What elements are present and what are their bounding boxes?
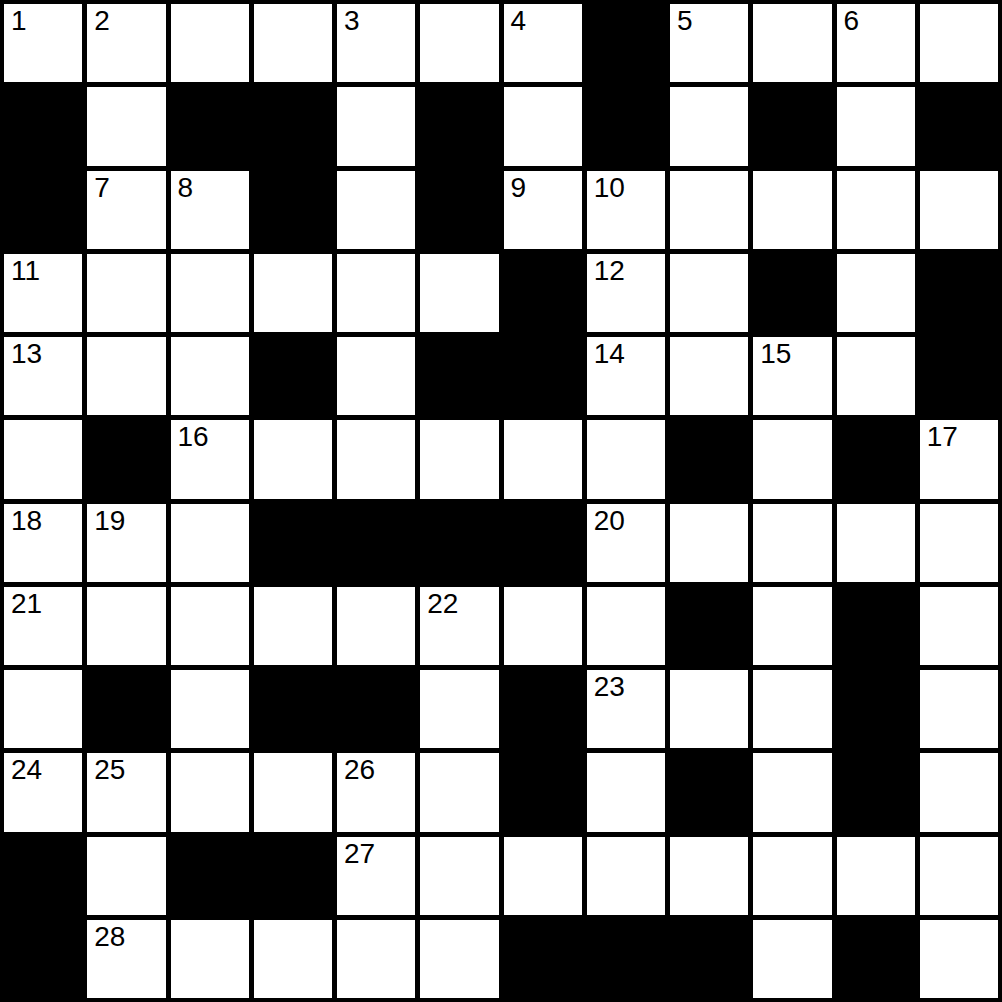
block-cell-r1c9 (753, 87, 831, 165)
clue-number-15: 15 (760, 339, 791, 368)
block-cell-r1c2 (171, 87, 249, 165)
block-cell-r6c3 (254, 504, 332, 582)
cell-r0c2[interactable] (171, 4, 249, 82)
cell-r10c7[interactable] (587, 837, 665, 915)
cell-r0c1[interactable]: 2 (87, 4, 165, 82)
block-cell-r3c11 (920, 254, 998, 332)
clue-number-22: 22 (427, 589, 458, 618)
block-cell-r7c10 (837, 587, 915, 665)
cell-r9c9[interactable] (753, 753, 831, 831)
cell-r4c2[interactable] (171, 337, 249, 415)
cell-r8c2[interactable] (171, 670, 249, 748)
cell-r10c6[interactable] (504, 837, 582, 915)
block-cell-r0c7 (587, 4, 665, 82)
cell-r4c7[interactable]: 14 (587, 337, 665, 415)
block-cell-r11c7 (587, 920, 665, 998)
block-cell-r8c6 (504, 670, 582, 748)
cell-r5c6[interactable] (504, 420, 582, 498)
cell-r10c5[interactable] (420, 837, 498, 915)
cell-r1c6[interactable] (504, 87, 582, 165)
cell-r3c7[interactable]: 12 (587, 254, 665, 332)
cell-r6c11[interactable] (920, 504, 998, 582)
cell-r7c9[interactable] (753, 587, 831, 665)
cell-r0c6[interactable]: 4 (504, 4, 582, 82)
block-cell-r5c1 (87, 420, 165, 498)
block-cell-r3c6 (504, 254, 582, 332)
cell-r9c11[interactable] (920, 753, 998, 831)
block-cell-r8c1 (87, 670, 165, 748)
cell-r8c8[interactable] (670, 670, 748, 748)
cell-r1c4[interactable] (337, 87, 415, 165)
cell-r2c8[interactable] (670, 171, 748, 249)
block-cell-r1c0 (4, 87, 82, 165)
cell-r5c11[interactable]: 17 (920, 420, 998, 498)
clue-number-20: 20 (594, 506, 625, 535)
block-cell-r6c5 (420, 504, 498, 582)
block-cell-r10c3 (254, 837, 332, 915)
cell-r6c1[interactable]: 19 (87, 504, 165, 582)
block-cell-r4c6 (504, 337, 582, 415)
cell-r11c9[interactable] (753, 920, 831, 998)
cell-r11c5[interactable] (420, 920, 498, 998)
cell-r3c10[interactable] (837, 254, 915, 332)
clue-number-13: 13 (11, 339, 42, 368)
clue-number-4: 4 (511, 6, 527, 35)
cell-r7c2[interactable] (171, 587, 249, 665)
block-cell-r6c6 (504, 504, 582, 582)
block-cell-r7c8 (670, 587, 748, 665)
cell-r0c4[interactable]: 3 (337, 4, 415, 82)
block-cell-r11c10 (837, 920, 915, 998)
cell-r5c7[interactable] (587, 420, 665, 498)
cell-r3c3[interactable] (254, 254, 332, 332)
cell-r10c10[interactable] (837, 837, 915, 915)
clue-number-14: 14 (594, 339, 625, 368)
cell-r7c4[interactable] (337, 587, 415, 665)
cell-r4c0[interactable]: 13 (4, 337, 82, 415)
block-cell-r9c6 (504, 753, 582, 831)
cell-r9c4[interactable]: 26 (337, 753, 415, 831)
cell-r11c4[interactable] (337, 920, 415, 998)
cell-r9c5[interactable] (420, 753, 498, 831)
cell-r0c3[interactable] (254, 4, 332, 82)
cell-r9c2[interactable] (171, 753, 249, 831)
cell-r9c0[interactable]: 24 (4, 753, 82, 831)
cell-r5c5[interactable] (420, 420, 498, 498)
clue-number-6: 6 (844, 6, 860, 35)
cell-r6c8[interactable] (670, 504, 748, 582)
block-cell-r6c4 (337, 504, 415, 582)
block-cell-r11c8 (670, 920, 748, 998)
cell-r3c8[interactable] (670, 254, 748, 332)
block-cell-r9c10 (837, 753, 915, 831)
cell-r10c4[interactable]: 27 (337, 837, 415, 915)
clue-number-8: 8 (178, 173, 194, 202)
clue-number-18: 18 (11, 506, 42, 535)
clue-number-28: 28 (94, 922, 125, 951)
clue-number-17: 17 (927, 422, 958, 451)
cell-r4c10[interactable] (837, 337, 915, 415)
block-cell-r5c8 (670, 420, 748, 498)
clue-number-3: 3 (344, 6, 360, 35)
cell-r6c10[interactable] (837, 504, 915, 582)
cell-r8c0[interactable] (4, 670, 82, 748)
clue-number-10: 10 (594, 173, 625, 202)
cell-r10c8[interactable] (670, 837, 748, 915)
cell-r4c4[interactable] (337, 337, 415, 415)
cell-r5c2[interactable]: 16 (171, 420, 249, 498)
block-cell-r2c3 (254, 171, 332, 249)
block-cell-r4c11 (920, 337, 998, 415)
cell-r4c9[interactable]: 15 (753, 337, 831, 415)
cell-r3c1[interactable] (87, 254, 165, 332)
clue-number-1: 1 (11, 6, 27, 35)
block-cell-r3c9 (753, 254, 831, 332)
clue-number-7: 7 (94, 173, 110, 202)
cell-r11c2[interactable] (171, 920, 249, 998)
cell-r8c9[interactable] (753, 670, 831, 748)
cell-r8c5[interactable] (420, 670, 498, 748)
cell-r2c7[interactable]: 10 (587, 171, 665, 249)
cell-r2c4[interactable] (337, 171, 415, 249)
cell-r6c2[interactable] (171, 504, 249, 582)
block-cell-r4c5 (420, 337, 498, 415)
block-cell-r1c5 (420, 87, 498, 165)
cell-r2c9[interactable] (753, 171, 831, 249)
cell-r10c9[interactable] (753, 837, 831, 915)
cell-r8c11[interactable] (920, 670, 998, 748)
cell-r2c11[interactable] (920, 171, 998, 249)
cell-r11c11[interactable] (920, 920, 998, 998)
block-cell-r1c11 (920, 87, 998, 165)
cell-r3c4[interactable] (337, 254, 415, 332)
cell-r0c11[interactable] (920, 4, 998, 82)
block-cell-r11c6 (504, 920, 582, 998)
cell-r6c7[interactable]: 20 (587, 504, 665, 582)
block-cell-r10c0 (4, 837, 82, 915)
cell-r6c9[interactable] (753, 504, 831, 582)
cell-r1c8[interactable] (670, 87, 748, 165)
cell-r1c10[interactable] (837, 87, 915, 165)
cell-r11c1[interactable]: 28 (87, 920, 165, 998)
cell-r2c6[interactable]: 9 (504, 171, 582, 249)
cell-r3c5[interactable] (420, 254, 498, 332)
cell-r7c11[interactable] (920, 587, 998, 665)
cell-r7c0[interactable]: 21 (4, 587, 82, 665)
cell-r4c8[interactable] (670, 337, 748, 415)
block-cell-r5c10 (837, 420, 915, 498)
cell-r7c1[interactable] (87, 587, 165, 665)
cell-r3c2[interactable] (171, 254, 249, 332)
clue-number-16: 16 (178, 422, 209, 451)
cell-r0c0[interactable]: 1 (4, 4, 82, 82)
block-cell-r1c3 (254, 87, 332, 165)
cell-r2c1[interactable]: 7 (87, 171, 165, 249)
block-cell-r1c7 (587, 87, 665, 165)
cell-r8c7[interactable]: 23 (587, 670, 665, 748)
cell-r4c1[interactable] (87, 337, 165, 415)
cell-r0c5[interactable] (420, 4, 498, 82)
block-cell-r11c0 (4, 920, 82, 998)
cell-r2c10[interactable] (837, 171, 915, 249)
clue-number-5: 5 (677, 6, 693, 35)
clue-number-11: 11 (11, 256, 40, 285)
clue-number-21: 21 (11, 589, 42, 618)
cell-r3c0[interactable]: 11 (4, 254, 82, 332)
block-cell-r2c5 (420, 171, 498, 249)
cell-r7c7[interactable] (587, 587, 665, 665)
block-cell-r4c3 (254, 337, 332, 415)
cell-r10c1[interactable] (87, 837, 165, 915)
cell-r10c11[interactable] (920, 837, 998, 915)
clue-number-9: 9 (511, 173, 527, 202)
cell-r9c3[interactable] (254, 753, 332, 831)
clue-number-23: 23 (594, 672, 625, 701)
cell-r9c7[interactable] (587, 753, 665, 831)
cell-r7c3[interactable] (254, 587, 332, 665)
cell-r0c8[interactable]: 5 (670, 4, 748, 82)
cell-r5c9[interactable] (753, 420, 831, 498)
clue-number-12: 12 (594, 256, 625, 285)
cell-r7c5[interactable]: 22 (420, 587, 498, 665)
block-cell-r2c0 (4, 171, 82, 249)
block-cell-r8c4 (337, 670, 415, 748)
cell-r6c0[interactable]: 18 (4, 504, 82, 582)
block-cell-r8c3 (254, 670, 332, 748)
cell-r1c1[interactable] (87, 87, 165, 165)
cell-r11c3[interactable] (254, 920, 332, 998)
clue-number-26: 26 (344, 755, 375, 784)
cell-r9c1[interactable]: 25 (87, 753, 165, 831)
block-cell-r10c2 (171, 837, 249, 915)
cell-r5c0[interactable] (4, 420, 82, 498)
cell-r5c4[interactable] (337, 420, 415, 498)
clue-number-19: 19 (94, 506, 125, 535)
cell-r2c2[interactable]: 8 (171, 171, 249, 249)
crossword-grid: 1234567891011121314151617181920212223242… (0, 0, 1002, 1002)
cell-r5c3[interactable] (254, 420, 332, 498)
clue-number-24: 24 (11, 755, 42, 784)
block-cell-r9c8 (670, 753, 748, 831)
cell-r0c9[interactable] (753, 4, 831, 82)
clue-number-27: 27 (344, 839, 375, 868)
clue-number-25: 25 (94, 755, 125, 784)
clue-number-2: 2 (94, 6, 110, 35)
cell-r0c10[interactable]: 6 (837, 4, 915, 82)
cell-r7c6[interactable] (504, 587, 582, 665)
block-cell-r8c10 (837, 670, 915, 748)
